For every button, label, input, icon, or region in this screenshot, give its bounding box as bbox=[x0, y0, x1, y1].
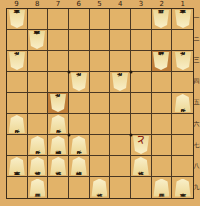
square-44[interactable]: 歩兵 bbox=[110, 72, 131, 93]
file-label-2: 2 bbox=[151, 0, 172, 8]
rank-label-9: 九 bbox=[193, 177, 200, 198]
file-label-7: 7 bbox=[48, 0, 69, 8]
square-67[interactable]: 歩兵 bbox=[69, 135, 90, 156]
file-label-6: 6 bbox=[68, 0, 89, 8]
square-26[interactable] bbox=[152, 114, 173, 135]
square-57[interactable] bbox=[90, 135, 111, 156]
square-38[interactable]: 金将 bbox=[131, 156, 152, 177]
square-53[interactable] bbox=[90, 51, 111, 72]
square-49[interactable] bbox=[110, 177, 131, 198]
square-13[interactable]: 歩兵 bbox=[172, 51, 193, 72]
square-15[interactable]: 歩兵 bbox=[172, 93, 193, 114]
rank-label-7: 七 bbox=[193, 135, 200, 156]
gote-pawn-piece[interactable]: 歩兵 bbox=[175, 52, 191, 70]
square-58[interactable] bbox=[90, 156, 111, 177]
sente-lance-piece[interactable]: 香車 bbox=[175, 179, 191, 197]
square-74[interactable] bbox=[48, 72, 69, 93]
square-62[interactable] bbox=[69, 30, 90, 51]
file-label-8: 8 bbox=[27, 0, 48, 8]
square-43[interactable] bbox=[110, 51, 131, 72]
sente-lance-piece[interactable]: 香車 bbox=[9, 157, 25, 175]
gote-pawn-piece[interactable]: 歩兵 bbox=[9, 52, 25, 70]
gote-rook-piece[interactable]: 飛車 bbox=[29, 31, 45, 49]
square-34[interactable] bbox=[131, 72, 152, 93]
square-42[interactable] bbox=[110, 30, 131, 51]
rank-label-6: 六 bbox=[193, 114, 200, 135]
square-79[interactable] bbox=[48, 177, 69, 198]
square-81[interactable] bbox=[28, 9, 49, 30]
square-32[interactable] bbox=[131, 30, 152, 51]
sente-gold-piece[interactable]: 金将 bbox=[133, 157, 149, 175]
square-84[interactable] bbox=[28, 72, 49, 93]
star-point bbox=[130, 134, 133, 137]
file-label-4: 4 bbox=[110, 0, 131, 8]
rank-label-8: 八 bbox=[193, 156, 200, 177]
square-59[interactable]: 金将 bbox=[90, 177, 111, 198]
square-82[interactable]: 飛車 bbox=[28, 30, 49, 51]
square-96[interactable]: 歩兵 bbox=[7, 114, 28, 135]
square-51[interactable] bbox=[90, 9, 111, 30]
square-86[interactable] bbox=[28, 114, 49, 135]
sente-silver-piece[interactable]: 銀将 bbox=[71, 157, 87, 175]
square-33[interactable] bbox=[131, 51, 152, 72]
square-85[interactable] bbox=[28, 93, 49, 114]
shogi-app-window: 987654321 一二三四五六七八九 香車桂馬香車飛車歩兵銀将歩兵歩兵歩兵歩兵… bbox=[0, 0, 200, 206]
square-45[interactable] bbox=[110, 93, 131, 114]
square-64[interactable]: 歩兵 bbox=[69, 72, 90, 93]
sente-knight-piece[interactable]: 桂馬 bbox=[153, 179, 169, 197]
square-14[interactable] bbox=[172, 72, 193, 93]
gote-pawn-piece[interactable]: 歩兵 bbox=[112, 73, 128, 91]
square-95[interactable] bbox=[7, 93, 28, 114]
square-23[interactable]: 銀将 bbox=[152, 51, 173, 72]
gote-lance-piece[interactable]: 香車 bbox=[175, 10, 191, 28]
gote-knight-piece[interactable]: 桂馬 bbox=[153, 10, 169, 28]
rank-label-2: 二 bbox=[193, 29, 200, 50]
sente-pawn-piece[interactable]: 歩兵 bbox=[29, 136, 45, 154]
square-27[interactable] bbox=[152, 135, 173, 156]
square-18[interactable] bbox=[172, 156, 193, 177]
square-56[interactable] bbox=[90, 114, 111, 135]
gote-lance-piece[interactable]: 香車 bbox=[9, 10, 25, 28]
rank-labels: 一二三四五六七八九 bbox=[193, 8, 200, 198]
piece-kanji: と bbox=[136, 139, 145, 149]
square-31[interactable] bbox=[131, 9, 152, 30]
square-37[interactable]: と bbox=[131, 135, 152, 156]
sente-pawn-piece[interactable]: 歩兵 bbox=[71, 136, 87, 154]
file-label-9: 9 bbox=[6, 0, 27, 8]
sente-pawn-piece[interactable]: 歩兵 bbox=[50, 115, 66, 133]
rank-label-4: 四 bbox=[193, 71, 200, 92]
square-91[interactable]: 香車 bbox=[7, 9, 28, 30]
square-11[interactable]: 香車 bbox=[172, 9, 193, 30]
square-75[interactable]: 歩兵 bbox=[48, 93, 69, 114]
square-41[interactable] bbox=[110, 9, 131, 30]
square-25[interactable] bbox=[152, 93, 173, 114]
square-89[interactable]: 桂馬 bbox=[28, 177, 49, 198]
square-21[interactable]: 桂馬 bbox=[152, 9, 173, 30]
square-47[interactable] bbox=[110, 135, 131, 156]
square-69[interactable] bbox=[69, 177, 90, 198]
square-87[interactable]: 歩兵 bbox=[28, 135, 49, 156]
square-52[interactable] bbox=[90, 30, 111, 51]
square-68[interactable]: 銀将 bbox=[69, 156, 90, 177]
sente-king-piece[interactable]: 玉将 bbox=[29, 157, 45, 175]
gote-pawn-piece[interactable]: 歩兵 bbox=[50, 94, 66, 112]
shogi-board: 香車桂馬香車飛車歩兵銀将歩兵歩兵歩兵歩兵歩兵歩兵歩兵歩兵銀将歩兵と香車玉将金将銀… bbox=[6, 8, 194, 199]
square-71[interactable] bbox=[48, 9, 69, 30]
sente-knight-piece[interactable]: 桂馬 bbox=[29, 179, 45, 197]
square-29[interactable]: 桂馬 bbox=[152, 177, 173, 198]
rank-label-3: 三 bbox=[193, 50, 200, 71]
square-17[interactable] bbox=[172, 135, 193, 156]
square-76[interactable]: 歩兵 bbox=[48, 114, 69, 135]
square-98[interactable]: 香車 bbox=[7, 156, 28, 177]
gote-silver-piece[interactable]: 銀将 bbox=[153, 52, 169, 70]
square-24[interactable] bbox=[152, 72, 173, 93]
square-73[interactable] bbox=[48, 51, 69, 72]
square-22[interactable] bbox=[152, 30, 173, 51]
file-label-5: 5 bbox=[89, 0, 110, 8]
square-61[interactable] bbox=[69, 9, 90, 30]
square-65[interactable] bbox=[69, 93, 90, 114]
sente-pawn-piece[interactable]: 歩兵 bbox=[175, 94, 191, 112]
sente-pawn-piece[interactable]: 歩兵 bbox=[9, 115, 25, 133]
square-12[interactable] bbox=[172, 30, 193, 51]
square-28[interactable] bbox=[152, 156, 173, 177]
gote-pawn-piece[interactable]: 歩兵 bbox=[71, 73, 87, 91]
star-point bbox=[68, 71, 71, 74]
sente-silver-piece[interactable]: 銀将 bbox=[50, 136, 66, 154]
square-63[interactable] bbox=[69, 51, 90, 72]
rank-label-5: 五 bbox=[193, 92, 200, 113]
square-78[interactable]: 金将 bbox=[48, 156, 69, 177]
square-88[interactable]: 玉将 bbox=[28, 156, 49, 177]
square-66[interactable] bbox=[69, 114, 90, 135]
sente-gold-piece[interactable]: 金将 bbox=[50, 157, 66, 175]
rank-label-1: 一 bbox=[193, 8, 200, 29]
file-label-3: 3 bbox=[131, 0, 152, 8]
square-99[interactable] bbox=[7, 177, 28, 198]
square-83[interactable] bbox=[28, 51, 49, 72]
square-55[interactable] bbox=[90, 93, 111, 114]
square-35[interactable] bbox=[131, 93, 152, 114]
square-77[interactable]: 銀将 bbox=[48, 135, 69, 156]
square-19[interactable]: 香車 bbox=[172, 177, 193, 198]
sente-gold-piece[interactable]: 金将 bbox=[91, 179, 107, 197]
square-97[interactable] bbox=[7, 135, 28, 156]
star-point bbox=[68, 134, 71, 137]
square-72[interactable] bbox=[48, 30, 69, 51]
square-36[interactable] bbox=[131, 114, 152, 135]
star-point bbox=[130, 71, 133, 74]
square-92[interactable] bbox=[7, 30, 28, 51]
square-54[interactable] bbox=[90, 72, 111, 93]
file-labels: 987654321 bbox=[6, 0, 193, 8]
file-label-1: 1 bbox=[172, 0, 193, 8]
gote-tokin-piece[interactable]: と bbox=[133, 136, 149, 154]
square-39[interactable] bbox=[131, 177, 152, 198]
square-46[interactable] bbox=[110, 114, 131, 135]
square-93[interactable]: 歩兵 bbox=[7, 51, 28, 72]
square-94[interactable] bbox=[7, 72, 28, 93]
square-48[interactable] bbox=[110, 156, 131, 177]
square-16[interactable] bbox=[172, 114, 193, 135]
